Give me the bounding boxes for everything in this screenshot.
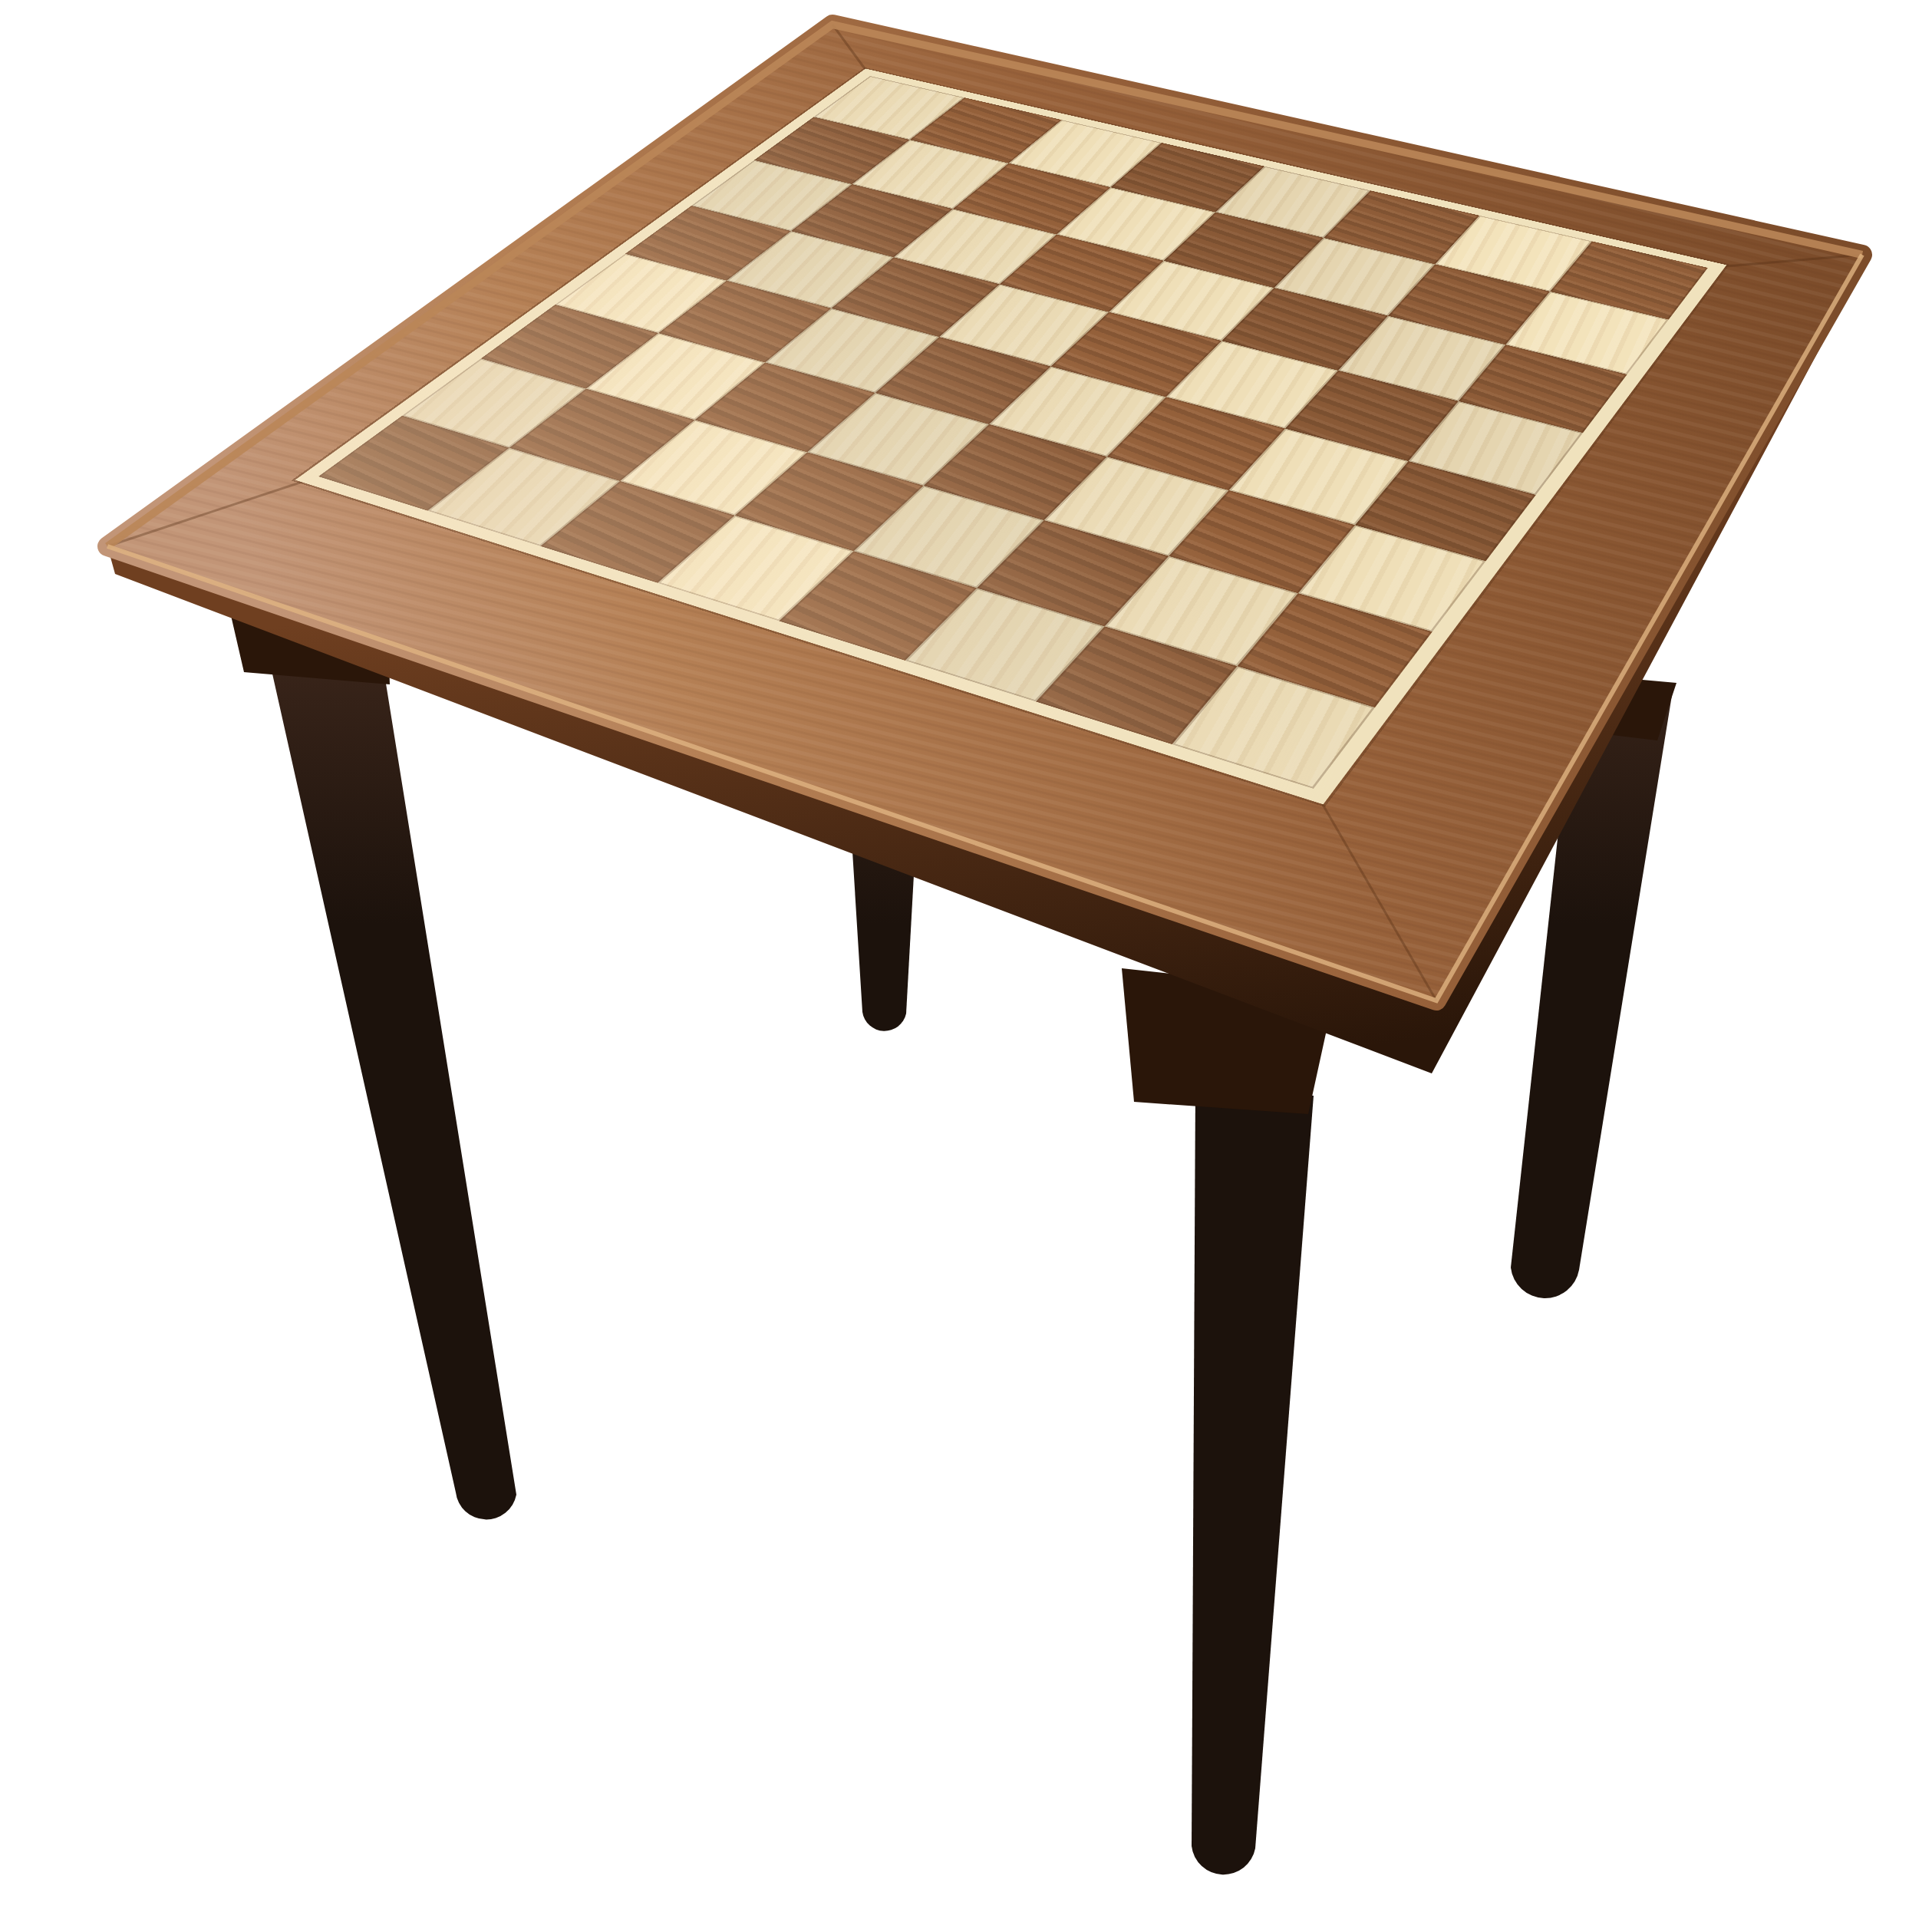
chess-table-photo xyxy=(0,0,1932,1932)
table-leg-front xyxy=(1192,1090,1314,1874)
table-leg-left xyxy=(269,657,516,1519)
